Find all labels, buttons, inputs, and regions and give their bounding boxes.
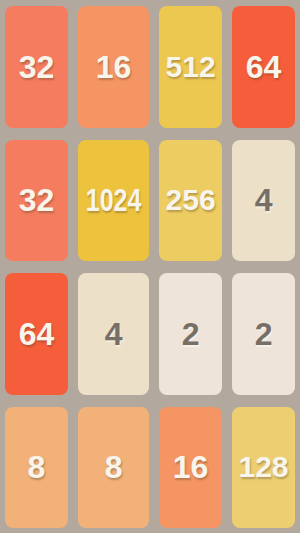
tile-value: 512 (166, 52, 216, 82)
tile-r1c1-32: 32 (5, 6, 68, 128)
tile-value: 8 (105, 451, 123, 483)
tile-value: 1024 (86, 184, 142, 216)
tile-value: 32 (19, 184, 55, 216)
tile-r4c3-16: 16 (159, 407, 222, 529)
tile-value: 4 (255, 184, 273, 216)
game-2048-app: 3216512643210242564644228816128 (0, 0, 300, 533)
tile-r1c2-16: 16 (78, 6, 149, 128)
tile-r2c2-1024: 1024 (78, 140, 149, 262)
tile-r3c2-4: 4 (78, 273, 149, 395)
tile-value: 128 (239, 452, 289, 482)
tile-value: 2 (182, 318, 200, 350)
tile-value: 64 (19, 318, 55, 350)
tile-r2c4-4: 4 (232, 140, 295, 262)
tile-r2c1-32: 32 (5, 140, 68, 262)
tile-r1c4-64: 64 (232, 6, 295, 128)
tile-r4c4-128: 128 (232, 407, 295, 529)
tile-r3c1-64: 64 (5, 273, 68, 395)
tile-value: 4 (105, 318, 123, 350)
tile-value: 64 (246, 51, 282, 83)
tile-value: 32 (19, 51, 55, 83)
tile-r1c3-512: 512 (159, 6, 222, 128)
tile-value: 16 (173, 451, 209, 483)
tile-value: 256 (166, 185, 216, 215)
tile-value: 2 (255, 318, 273, 350)
tile-value: 8 (28, 451, 46, 483)
tile-r2c3-256: 256 (159, 140, 222, 262)
board-grid[interactable]: 3216512643210242564644228816128 (0, 0, 300, 533)
tile-r4c1-8: 8 (5, 407, 68, 529)
tile-r4c2-8: 8 (78, 407, 149, 529)
tile-r3c4-2: 2 (232, 273, 295, 395)
tile-value: 16 (96, 51, 132, 83)
tile-r3c3-2: 2 (159, 273, 222, 395)
